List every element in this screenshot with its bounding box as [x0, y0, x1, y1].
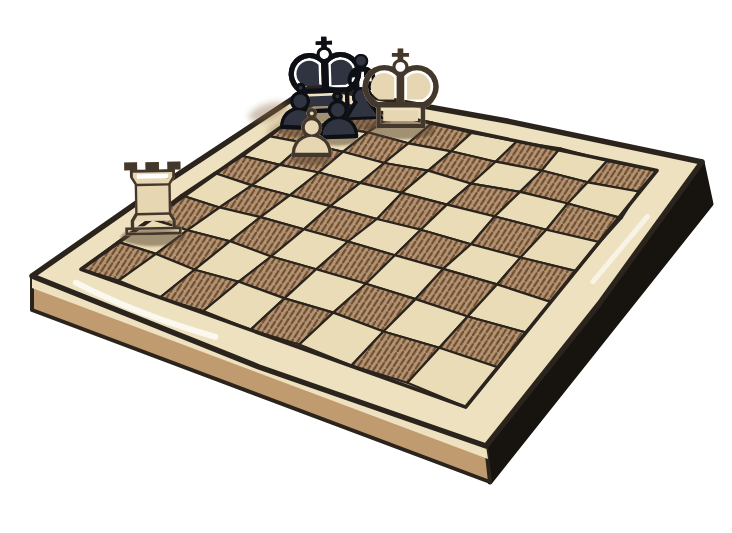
piece-white-rook-a2[interactable]: ♜♖ — [107, 150, 198, 252]
chess-illustration: ♚♔♝♗♚♔♟♙♟♙♟♙♜♖ — [0, 0, 732, 533]
piece-glyph-outline: ♙ — [282, 101, 342, 168]
piece-glyph-outline: ♖ — [107, 150, 198, 252]
piece-white-pawn-b6[interactable]: ♟♙ — [282, 101, 342, 168]
